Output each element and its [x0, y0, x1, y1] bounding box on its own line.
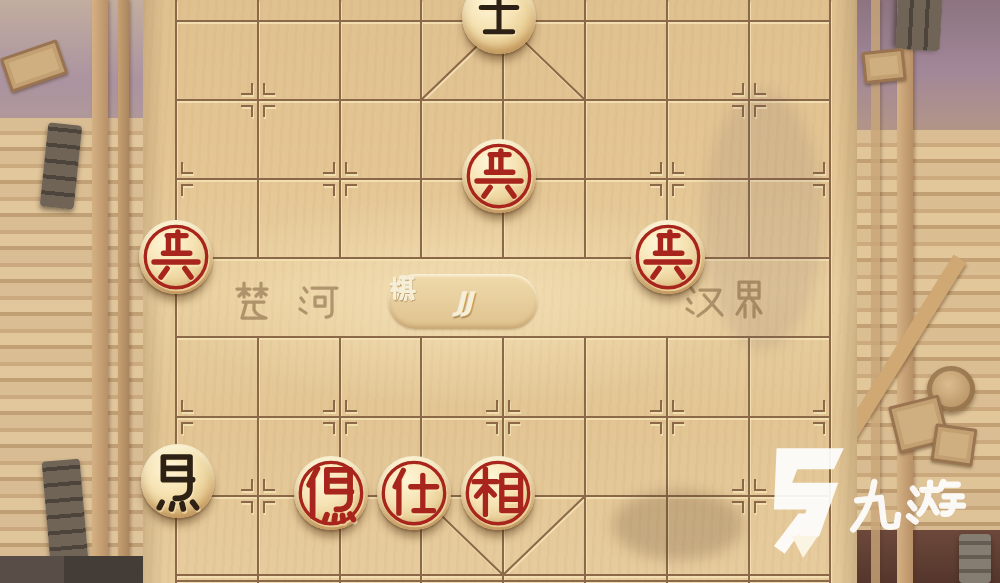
wood-crate	[0, 39, 68, 93]
watermark-triangle	[790, 536, 820, 558]
weapon-rack	[895, 0, 942, 51]
jj-xiangqi-logo: JJ	[388, 274, 538, 329]
watermark-char-jiu	[840, 474, 906, 540]
piece-red-advisor[interactable]	[377, 456, 451, 530]
logo-char-qi	[388, 274, 418, 304]
piece-red-soldier[interactable]	[462, 139, 536, 213]
table-edge	[64, 556, 145, 583]
background-left-scene	[0, 0, 145, 583]
river-label-he	[294, 277, 344, 327]
piece-black-horse[interactable]	[141, 444, 215, 518]
piece-red-soldier[interactable]	[139, 220, 213, 294]
cast-shadow	[613, 490, 743, 560]
river-label-jie	[724, 276, 774, 326]
wood-post	[118, 0, 129, 583]
piece-red-elephant[interactable]	[461, 456, 535, 530]
logo-jj-text: JJ	[455, 286, 471, 317]
piece-black-advisor[interactable]	[462, 0, 536, 54]
jiuyou-watermark	[742, 430, 992, 570]
wood-post	[92, 0, 108, 583]
river-label-chu	[228, 277, 278, 327]
piece-red-soldier[interactable]	[631, 220, 705, 294]
wood-crate	[861, 48, 906, 84]
piece-red-horse[interactable]	[294, 456, 368, 530]
watermark-char-you	[904, 474, 972, 540]
